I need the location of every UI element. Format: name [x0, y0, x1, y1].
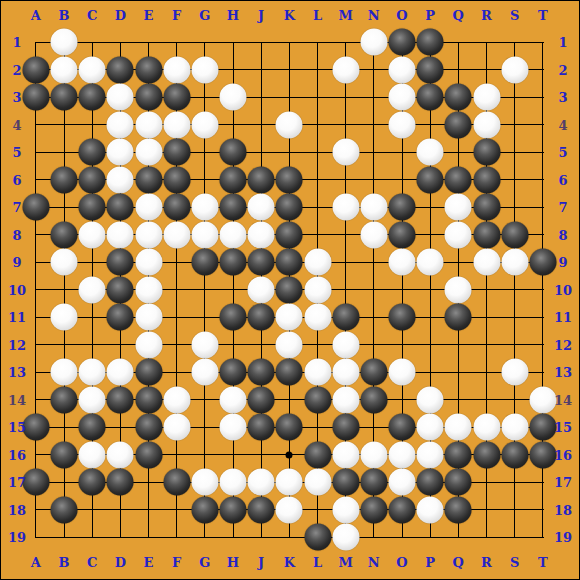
white-stone[interactable]: [304, 249, 331, 276]
black-stone[interactable]: [417, 29, 444, 56]
black-stone[interactable]: [276, 166, 303, 193]
row-label: 13: [8, 366, 26, 379]
white-stone[interactable]: [304, 469, 331, 496]
black-stone[interactable]: [248, 359, 275, 386]
black-stone[interactable]: [248, 496, 275, 523]
row-label: 5: [12, 146, 21, 159]
black-stone[interactable]: [276, 414, 303, 441]
black-stone[interactable]: [51, 496, 78, 523]
black-stone[interactable]: [332, 469, 359, 496]
column-label: H: [227, 556, 239, 569]
row-label: 6: [558, 173, 567, 186]
row-label: 19: [554, 531, 572, 544]
row-label: 18: [8, 503, 26, 516]
black-stone[interactable]: [220, 304, 247, 331]
black-stone[interactable]: [529, 414, 556, 441]
row-label: 16: [8, 448, 26, 461]
black-stone[interactable]: [248, 414, 275, 441]
black-stone[interactable]: [135, 359, 162, 386]
column-label: E: [143, 9, 153, 22]
black-stone[interactable]: [445, 166, 472, 193]
black-stone[interactable]: [389, 194, 416, 221]
white-stone[interactable]: [332, 386, 359, 413]
row-label: 15: [554, 421, 572, 434]
white-stone[interactable]: [191, 56, 218, 83]
column-label: J: [258, 556, 264, 569]
white-stone[interactable]: [501, 56, 528, 83]
black-stone[interactable]: [191, 249, 218, 276]
white-stone[interactable]: [332, 139, 359, 166]
white-stone[interactable]: [304, 276, 331, 303]
black-stone[interactable]: [22, 469, 49, 496]
white-stone[interactable]: [501, 249, 528, 276]
column-label: N: [368, 556, 380, 569]
column-label: Q: [453, 9, 464, 22]
black-stone[interactable]: [445, 304, 472, 331]
white-stone[interactable]: [248, 221, 275, 248]
white-stone[interactable]: [51, 56, 78, 83]
white-stone[interactable]: [163, 221, 190, 248]
column-label: J: [258, 9, 264, 22]
column-label: N: [368, 9, 380, 22]
white-stone[interactable]: [107, 441, 134, 468]
black-stone[interactable]: [360, 386, 387, 413]
white-stone[interactable]: [473, 414, 500, 441]
column-label: T: [538, 556, 548, 569]
black-stone[interactable]: [107, 249, 134, 276]
white-stone[interactable]: [51, 29, 78, 56]
grid-line: [35, 42, 36, 538]
black-stone[interactable]: [529, 441, 556, 468]
white-stone[interactable]: [276, 331, 303, 358]
row-label: 8: [12, 228, 21, 241]
white-stone[interactable]: [304, 359, 331, 386]
row-label: 17: [554, 476, 572, 489]
column-label: L: [313, 556, 322, 569]
black-stone[interactable]: [248, 304, 275, 331]
black-stone[interactable]: [135, 441, 162, 468]
white-stone[interactable]: [191, 111, 218, 138]
column-label: D: [115, 556, 126, 569]
white-stone[interactable]: [107, 84, 134, 111]
black-stone[interactable]: [417, 166, 444, 193]
star-point: [286, 451, 293, 458]
column-label: C: [87, 556, 97, 569]
white-stone[interactable]: [107, 221, 134, 248]
white-stone[interactable]: [417, 139, 444, 166]
white-stone[interactable]: [360, 29, 387, 56]
row-label: 13: [554, 366, 572, 379]
black-stone[interactable]: [248, 249, 275, 276]
row-label: 2: [558, 63, 567, 76]
black-stone[interactable]: [163, 139, 190, 166]
black-stone[interactable]: [220, 249, 247, 276]
white-stone[interactable]: [417, 414, 444, 441]
column-label: T: [538, 9, 548, 22]
black-stone[interactable]: [389, 221, 416, 248]
black-stone[interactable]: [220, 496, 247, 523]
black-stone[interactable]: [248, 166, 275, 193]
black-stone[interactable]: [445, 111, 472, 138]
column-label: G: [199, 9, 210, 22]
white-stone[interactable]: [360, 194, 387, 221]
black-stone[interactable]: [163, 84, 190, 111]
black-stone[interactable]: [163, 166, 190, 193]
black-stone[interactable]: [417, 469, 444, 496]
black-stone[interactable]: [220, 359, 247, 386]
row-label: 4: [12, 118, 21, 131]
black-stone[interactable]: [389, 304, 416, 331]
white-stone[interactable]: [276, 469, 303, 496]
grid-line: [36, 537, 544, 538]
white-stone[interactable]: [79, 221, 106, 248]
white-stone[interactable]: [248, 469, 275, 496]
black-stone[interactable]: [389, 29, 416, 56]
white-stone[interactable]: [276, 111, 303, 138]
row-label: 9: [558, 256, 567, 269]
column-label: A: [31, 9, 41, 22]
white-stone[interactable]: [135, 194, 162, 221]
column-label: K: [284, 9, 295, 22]
row-label: 8: [558, 228, 567, 241]
black-stone[interactable]: [79, 84, 106, 111]
row-label: 11: [554, 311, 572, 324]
row-label: 5: [558, 146, 567, 159]
row-label: 16: [554, 448, 572, 461]
black-stone[interactable]: [51, 166, 78, 193]
row-label: 10: [554, 283, 572, 296]
white-stone[interactable]: [79, 386, 106, 413]
white-stone[interactable]: [332, 524, 359, 551]
white-stone[interactable]: [529, 386, 556, 413]
black-stone[interactable]: [276, 194, 303, 221]
row-label: 3: [12, 91, 21, 104]
white-stone[interactable]: [332, 331, 359, 358]
black-stone[interactable]: [107, 276, 134, 303]
column-label: O: [396, 9, 407, 22]
white-stone[interactable]: [135, 304, 162, 331]
white-stone[interactable]: [389, 56, 416, 83]
row-label: 12: [8, 338, 26, 351]
black-stone[interactable]: [360, 496, 387, 523]
row-label: 14: [8, 393, 26, 406]
white-stone[interactable]: [473, 249, 500, 276]
white-stone[interactable]: [51, 249, 78, 276]
white-stone[interactable]: [360, 221, 387, 248]
white-stone[interactable]: [135, 221, 162, 248]
column-label: M: [338, 9, 352, 22]
white-stone[interactable]: [79, 276, 106, 303]
column-label: F: [172, 556, 181, 569]
column-label: Q: [453, 556, 464, 569]
black-stone[interactable]: [248, 386, 275, 413]
white-stone[interactable]: [191, 194, 218, 221]
column-label: G: [199, 556, 210, 569]
row-label: 10: [8, 283, 26, 296]
black-stone[interactable]: [220, 194, 247, 221]
white-stone[interactable]: [417, 441, 444, 468]
column-label: P: [425, 9, 435, 22]
black-stone[interactable]: [191, 496, 218, 523]
column-label: E: [143, 556, 153, 569]
black-stone[interactable]: [79, 166, 106, 193]
black-stone[interactable]: [135, 56, 162, 83]
white-stone[interactable]: [360, 441, 387, 468]
white-stone[interactable]: [501, 359, 528, 386]
column-label: S: [510, 556, 519, 569]
black-stone[interactable]: [445, 441, 472, 468]
white-stone[interactable]: [107, 359, 134, 386]
white-stone[interactable]: [79, 359, 106, 386]
white-stone[interactable]: [79, 441, 106, 468]
column-label: B: [58, 9, 69, 22]
column-label: L: [313, 9, 322, 22]
white-stone[interactable]: [332, 56, 359, 83]
white-stone[interactable]: [389, 111, 416, 138]
column-label: R: [481, 556, 492, 569]
black-stone[interactable]: [360, 469, 387, 496]
white-stone[interactable]: [389, 249, 416, 276]
white-stone[interactable]: [445, 221, 472, 248]
white-stone[interactable]: [445, 276, 472, 303]
black-stone[interactable]: [473, 221, 500, 248]
go-board[interactable]: AABBCCDDEEFFGGHHJJKKLLMMNNOOPPQQRRSSTT11…: [0, 0, 580, 580]
white-stone[interactable]: [220, 469, 247, 496]
white-stone[interactable]: [417, 386, 444, 413]
column-label: O: [396, 556, 407, 569]
row-label: 14: [554, 393, 572, 406]
column-label: H: [227, 9, 239, 22]
white-stone[interactable]: [389, 441, 416, 468]
black-stone[interactable]: [501, 441, 528, 468]
black-stone[interactable]: [417, 56, 444, 83]
row-label: 1: [12, 36, 21, 49]
column-label: F: [172, 9, 181, 22]
white-stone[interactable]: [191, 469, 218, 496]
white-stone[interactable]: [191, 331, 218, 358]
black-stone[interactable]: [501, 221, 528, 248]
white-stone[interactable]: [473, 111, 500, 138]
white-stone[interactable]: [276, 304, 303, 331]
white-stone[interactable]: [501, 414, 528, 441]
black-stone[interactable]: [107, 469, 134, 496]
black-stone[interactable]: [276, 249, 303, 276]
white-stone[interactable]: [473, 84, 500, 111]
white-stone[interactable]: [135, 139, 162, 166]
black-stone[interactable]: [51, 221, 78, 248]
black-stone[interactable]: [360, 359, 387, 386]
white-stone[interactable]: [332, 441, 359, 468]
white-stone[interactable]: [79, 56, 106, 83]
black-stone[interactable]: [417, 84, 444, 111]
black-stone[interactable]: [79, 469, 106, 496]
row-label: 12: [554, 338, 572, 351]
black-stone[interactable]: [22, 84, 49, 111]
white-stone[interactable]: [51, 359, 78, 386]
black-stone[interactable]: [276, 221, 303, 248]
black-stone[interactable]: [135, 414, 162, 441]
white-stone[interactable]: [191, 359, 218, 386]
black-stone[interactable]: [473, 166, 500, 193]
black-stone[interactable]: [79, 139, 106, 166]
black-stone[interactable]: [389, 414, 416, 441]
black-stone[interactable]: [304, 524, 331, 551]
white-stone[interactable]: [163, 386, 190, 413]
white-stone[interactable]: [248, 194, 275, 221]
column-label: R: [481, 9, 492, 22]
white-stone[interactable]: [51, 304, 78, 331]
black-stone[interactable]: [163, 469, 190, 496]
grid-line: [233, 42, 234, 538]
grid-line: [36, 42, 544, 43]
black-stone[interactable]: [22, 194, 49, 221]
row-label: 9: [12, 256, 21, 269]
black-stone[interactable]: [276, 359, 303, 386]
black-stone[interactable]: [445, 469, 472, 496]
black-stone[interactable]: [107, 56, 134, 83]
white-stone[interactable]: [332, 359, 359, 386]
black-stone[interactable]: [445, 496, 472, 523]
black-stone[interactable]: [445, 84, 472, 111]
white-stone[interactable]: [107, 139, 134, 166]
black-stone[interactable]: [332, 304, 359, 331]
black-stone[interactable]: [79, 414, 106, 441]
white-stone[interactable]: [220, 386, 247, 413]
column-label: S: [510, 9, 519, 22]
black-stone[interactable]: [220, 166, 247, 193]
white-stone[interactable]: [163, 111, 190, 138]
white-stone[interactable]: [304, 304, 331, 331]
white-stone[interactable]: [135, 249, 162, 276]
white-stone[interactable]: [332, 194, 359, 221]
white-stone[interactable]: [389, 469, 416, 496]
black-stone[interactable]: [135, 386, 162, 413]
black-stone[interactable]: [332, 414, 359, 441]
column-label: D: [115, 9, 126, 22]
black-stone[interactable]: [79, 194, 106, 221]
white-stone[interactable]: [445, 414, 472, 441]
black-stone[interactable]: [51, 84, 78, 111]
white-stone[interactable]: [107, 111, 134, 138]
black-stone[interactable]: [220, 139, 247, 166]
white-stone[interactable]: [276, 496, 303, 523]
white-stone[interactable]: [417, 496, 444, 523]
black-stone[interactable]: [529, 249, 556, 276]
white-stone[interactable]: [191, 221, 218, 248]
black-stone[interactable]: [389, 496, 416, 523]
row-label: 3: [558, 91, 567, 104]
white-stone[interactable]: [417, 249, 444, 276]
black-stone[interactable]: [107, 304, 134, 331]
column-label: B: [58, 556, 69, 569]
row-label: 18: [554, 503, 572, 516]
black-stone[interactable]: [163, 194, 190, 221]
white-stone[interactable]: [220, 221, 247, 248]
column-label: K: [284, 556, 295, 569]
row-label: 4: [558, 118, 567, 131]
white-stone[interactable]: [248, 276, 275, 303]
row-label: 6: [12, 173, 21, 186]
black-stone[interactable]: [276, 276, 303, 303]
column-label: A: [31, 556, 41, 569]
black-stone[interactable]: [135, 166, 162, 193]
column-label: P: [425, 556, 435, 569]
row-label: 7: [12, 201, 21, 214]
black-stone[interactable]: [51, 441, 78, 468]
black-stone[interactable]: [107, 194, 134, 221]
black-stone[interactable]: [473, 139, 500, 166]
white-stone[interactable]: [163, 414, 190, 441]
black-stone[interactable]: [51, 386, 78, 413]
black-stone[interactable]: [304, 386, 331, 413]
white-stone[interactable]: [220, 414, 247, 441]
white-stone[interactable]: [445, 194, 472, 221]
row-label: 2: [12, 63, 21, 76]
row-label: 19: [8, 531, 26, 544]
column-label: M: [338, 556, 352, 569]
row-label: 7: [558, 201, 567, 214]
black-stone[interactable]: [473, 194, 500, 221]
white-stone[interactable]: [107, 166, 134, 193]
white-stone[interactable]: [389, 359, 416, 386]
row-label: 15: [8, 421, 26, 434]
column-label: C: [87, 9, 97, 22]
white-stone[interactable]: [135, 111, 162, 138]
white-stone[interactable]: [389, 84, 416, 111]
white-stone[interactable]: [135, 276, 162, 303]
white-stone[interactable]: [163, 56, 190, 83]
row-label: 11: [8, 311, 26, 324]
white-stone[interactable]: [135, 331, 162, 358]
row-label: 1: [558, 36, 567, 49]
black-stone[interactable]: [22, 56, 49, 83]
black-stone[interactable]: [135, 84, 162, 111]
black-stone[interactable]: [107, 386, 134, 413]
white-stone[interactable]: [220, 84, 247, 111]
black-stone[interactable]: [22, 414, 49, 441]
white-stone[interactable]: [332, 496, 359, 523]
black-stone[interactable]: [473, 441, 500, 468]
row-label: 17: [8, 476, 26, 489]
black-stone[interactable]: [304, 441, 331, 468]
